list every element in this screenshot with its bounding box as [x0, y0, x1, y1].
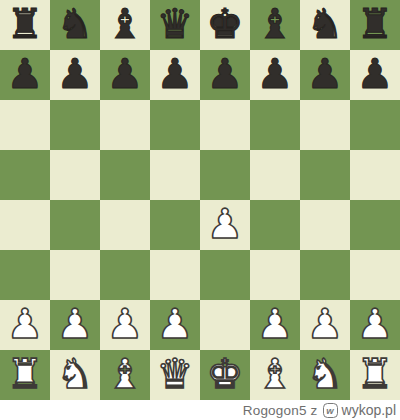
black-bishop-f8: ♝	[257, 0, 294, 49]
black-queen-d8: ♛	[157, 0, 194, 49]
square-a5[interactable]	[0, 150, 50, 200]
square-c2[interactable]: ♟	[100, 300, 150, 350]
white-knight-b1: ♞	[57, 349, 94, 399]
white-bishop-c1: ♝	[107, 349, 144, 399]
square-g7[interactable]: ♟	[300, 50, 350, 100]
square-c4[interactable]	[100, 200, 150, 250]
square-d4[interactable]	[150, 200, 200, 250]
square-h3[interactable]	[350, 250, 400, 300]
square-g4[interactable]	[300, 200, 350, 250]
square-h8[interactable]: ♜	[350, 0, 400, 50]
square-f1[interactable]: ♝	[250, 350, 300, 400]
watermark-bar: Rogogon5 z w wykop.pl	[0, 400, 400, 420]
white-knight-g1: ♞	[307, 349, 344, 399]
white-pawn-d2: ♟	[157, 299, 194, 349]
square-e3[interactable]	[200, 250, 250, 300]
square-f6[interactable]	[250, 100, 300, 150]
square-b2[interactable]: ♟	[50, 300, 100, 350]
black-rook-a8: ♜	[7, 0, 44, 49]
white-rook-a1: ♜	[7, 349, 44, 399]
square-g8[interactable]: ♞	[300, 0, 350, 50]
square-c1[interactable]: ♝	[100, 350, 150, 400]
square-e6[interactable]	[200, 100, 250, 150]
square-a3[interactable]	[0, 250, 50, 300]
square-c7[interactable]: ♟	[100, 50, 150, 100]
square-b8[interactable]: ♞	[50, 0, 100, 50]
square-c6[interactable]	[100, 100, 150, 150]
black-pawn-b7: ♟	[57, 49, 94, 99]
square-h6[interactable]	[350, 100, 400, 150]
square-g2[interactable]: ♟	[300, 300, 350, 350]
white-pawn-f2: ♟	[257, 299, 294, 349]
black-pawn-c7: ♟	[107, 49, 144, 99]
white-pawn-e4: ♟	[207, 199, 244, 249]
square-h2[interactable]: ♟	[350, 300, 400, 350]
black-bishop-c8: ♝	[107, 0, 144, 49]
white-pawn-h2: ♟	[357, 299, 394, 349]
square-b3[interactable]	[50, 250, 100, 300]
square-h4[interactable]	[350, 200, 400, 250]
chess-board: ♜♞♝♛♚♝♞♜♟♟♟♟♟♟♟♟♟♟♟♟♟♟♟♟♜♞♝♛♚♝♞♜	[0, 0, 400, 400]
square-b6[interactable]	[50, 100, 100, 150]
square-f5[interactable]	[250, 150, 300, 200]
square-a2[interactable]: ♟	[0, 300, 50, 350]
square-h1[interactable]: ♜	[350, 350, 400, 400]
white-rook-h1: ♜	[357, 349, 394, 399]
black-pawn-a7: ♟	[7, 49, 44, 99]
square-d5[interactable]	[150, 150, 200, 200]
square-a8[interactable]: ♜	[0, 0, 50, 50]
square-e5[interactable]	[200, 150, 250, 200]
black-pawn-h7: ♟	[357, 49, 394, 99]
black-rook-h8: ♜	[357, 0, 394, 49]
black-pawn-f7: ♟	[257, 49, 294, 99]
white-pawn-g2: ♟	[307, 299, 344, 349]
square-d7[interactable]: ♟	[150, 50, 200, 100]
black-knight-g8: ♞	[307, 0, 344, 49]
square-d1[interactable]: ♛	[150, 350, 200, 400]
black-pawn-e7: ♟	[207, 49, 244, 99]
square-d8[interactable]: ♛	[150, 0, 200, 50]
square-g3[interactable]	[300, 250, 350, 300]
square-h7[interactable]: ♟	[350, 50, 400, 100]
wykop-logo-icon: w	[323, 403, 338, 418]
square-g6[interactable]	[300, 100, 350, 150]
black-king-e8: ♚	[207, 0, 244, 49]
square-f4[interactable]	[250, 200, 300, 250]
square-b5[interactable]	[50, 150, 100, 200]
black-pawn-g7: ♟	[307, 49, 344, 99]
watermark-site: wykop.pl	[342, 402, 396, 418]
white-pawn-a2: ♟	[7, 299, 44, 349]
square-a4[interactable]	[0, 200, 50, 250]
white-pawn-b2: ♟	[57, 299, 94, 349]
white-pawn-c2: ♟	[107, 299, 144, 349]
black-pawn-d7: ♟	[157, 49, 194, 99]
black-knight-b8: ♞	[57, 0, 94, 49]
square-g1[interactable]: ♞	[300, 350, 350, 400]
square-a6[interactable]	[0, 100, 50, 150]
square-h5[interactable]	[350, 150, 400, 200]
square-e8[interactable]: ♚	[200, 0, 250, 50]
white-bishop-f1: ♝	[257, 349, 294, 399]
square-f3[interactable]	[250, 250, 300, 300]
square-e1[interactable]: ♚	[200, 350, 250, 400]
square-d6[interactable]	[150, 100, 200, 150]
square-b7[interactable]: ♟	[50, 50, 100, 100]
white-queen-d1: ♛	[157, 349, 194, 399]
square-b1[interactable]: ♞	[50, 350, 100, 400]
square-f2[interactable]: ♟	[250, 300, 300, 350]
square-c5[interactable]	[100, 150, 150, 200]
square-c8[interactable]: ♝	[100, 0, 150, 50]
square-a1[interactable]: ♜	[0, 350, 50, 400]
square-d2[interactable]: ♟	[150, 300, 200, 350]
square-e4[interactable]: ♟	[200, 200, 250, 250]
square-f8[interactable]: ♝	[250, 0, 300, 50]
square-g5[interactable]	[300, 150, 350, 200]
square-f7[interactable]: ♟	[250, 50, 300, 100]
square-e2[interactable]	[200, 300, 250, 350]
square-e7[interactable]: ♟	[200, 50, 250, 100]
white-king-e1: ♚	[207, 349, 244, 399]
square-b4[interactable]	[50, 200, 100, 250]
square-a7[interactable]: ♟	[0, 50, 50, 100]
square-d3[interactable]	[150, 250, 200, 300]
square-c3[interactable]	[100, 250, 150, 300]
watermark-author: Rogogon5 z	[243, 403, 318, 418]
